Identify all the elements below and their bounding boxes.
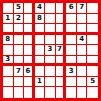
sudoku-cell-r4c3[interactable] (24, 35, 35, 46)
sudoku-cell-r2c7[interactable] (66, 14, 77, 25)
sudoku-cell-r2c6[interactable] (56, 14, 67, 25)
given-digit: 1 (5, 15, 10, 22)
sudoku-cell-r4c8[interactable]: 4 (77, 35, 88, 46)
given-digit: 8 (37, 15, 42, 22)
sudoku-cell-r4c2[interactable] (14, 35, 25, 46)
sudoku-cell-r8c9[interactable]: 5 (87, 77, 98, 88)
sudoku-cell-r1c7[interactable]: 6 (66, 3, 77, 14)
given-digit: 4 (37, 4, 42, 11)
sudoku-cell-r3c4[interactable] (35, 24, 46, 35)
sudoku-cell-r7c2[interactable]: 7 (14, 66, 25, 77)
given-digit: 7 (79, 4, 84, 11)
sudoku-cell-r6c1[interactable]: 3 (3, 56, 14, 67)
sudoku-cell-r8c8[interactable] (77, 77, 88, 88)
sudoku-cell-r7c3[interactable]: 6 (24, 66, 35, 77)
sudoku-cell-r1c5[interactable] (45, 3, 56, 14)
sudoku-cell-r5c3[interactable] (24, 45, 35, 56)
given-digit: 6 (25, 68, 30, 75)
sudoku-cell-r1c9[interactable] (87, 3, 98, 14)
given-digit: 8 (5, 36, 10, 43)
sudoku-cell-r9c8[interactable] (77, 87, 88, 98)
sudoku-cell-r2c1[interactable]: 1 (3, 14, 14, 25)
sudoku-cell-r5c7[interactable] (66, 45, 77, 56)
sudoku-cell-r9c1[interactable] (3, 87, 14, 98)
sudoku-cell-r2c9[interactable] (87, 14, 98, 25)
sudoku-cell-r3c7[interactable] (66, 24, 77, 35)
sudoku-cell-r2c2[interactable]: 2 (14, 14, 25, 25)
sudoku-cell-r3c3[interactable] (24, 24, 35, 35)
sudoku-cell-r8c2[interactable] (14, 77, 25, 88)
given-digit: 4 (79, 36, 84, 43)
sudoku-cell-r3c2[interactable] (14, 24, 25, 35)
sudoku-cell-r6c9[interactable] (87, 56, 98, 67)
sudoku-cell-r9c3[interactable] (24, 87, 35, 98)
sudoku-cell-r7c1[interactable] (3, 66, 14, 77)
sudoku-cell-r8c4[interactable]: 1 (35, 77, 46, 88)
sudoku-cell-r6c8[interactable] (77, 56, 88, 67)
sudoku-cell-r7c7[interactable]: 3 (66, 66, 77, 77)
sudoku-cell-r6c5[interactable] (45, 56, 56, 67)
sudoku-cell-r3c1[interactable] (3, 24, 14, 35)
sudoku-cell-r2c5[interactable] (45, 14, 56, 25)
sudoku-cell-r1c3[interactable] (24, 3, 35, 14)
sudoku-cell-r8c6[interactable] (56, 77, 67, 88)
sudoku-cell-r3c8[interactable] (77, 24, 88, 35)
sudoku-cell-r5c9[interactable] (87, 45, 98, 56)
sudoku-cell-r6c6[interactable] (56, 56, 67, 67)
sudoku-cell-r7c4[interactable] (35, 66, 46, 77)
given-digit: 7 (57, 46, 62, 53)
given-digit: 5 (90, 78, 95, 85)
sudoku-cell-r6c7[interactable] (66, 56, 77, 67)
sudoku-cell-r9c5[interactable] (45, 87, 56, 98)
given-digit: 3 (69, 68, 74, 75)
sudoku-cell-r4c4[interactable] (35, 35, 46, 46)
given-digit: 3 (5, 56, 10, 63)
sudoku-cell-r4c9[interactable] (87, 35, 98, 46)
sudoku-cell-r1c6[interactable] (56, 3, 67, 14)
sudoku-cell-r5c5[interactable]: 3 (45, 45, 56, 56)
sudoku-cell-r2c4[interactable]: 8 (35, 14, 46, 25)
sudoku-cell-r9c7[interactable] (66, 87, 77, 98)
given-digit: 7 (16, 68, 21, 75)
sudoku-cell-r3c6[interactable] (56, 24, 67, 35)
sudoku-cell-r6c4[interactable] (35, 56, 46, 67)
sudoku-cell-r3c5[interactable] (45, 24, 56, 35)
sudoku-cell-r6c2[interactable] (14, 56, 25, 67)
sudoku-cell-r4c5[interactable] (45, 35, 56, 46)
sudoku-cell-r9c4[interactable] (35, 87, 46, 98)
sudoku-cell-r1c8[interactable]: 7 (77, 3, 88, 14)
sudoku-cell-r9c9[interactable] (87, 87, 98, 98)
sudoku-cell-r1c4[interactable]: 4 (35, 3, 46, 14)
sudoku-cell-r3c9[interactable] (87, 24, 98, 35)
sudoku-cell-r7c9[interactable] (87, 66, 98, 77)
sudoku-cell-r5c4[interactable] (35, 45, 46, 56)
given-digit: 6 (69, 4, 74, 11)
sudoku-cell-r8c3[interactable] (24, 77, 35, 88)
sudoku-cell-r7c6[interactable] (56, 66, 67, 77)
given-digit: 1 (37, 78, 42, 85)
sudoku-cell-r4c6[interactable] (56, 35, 67, 46)
sudoku-cell-r6c3[interactable] (24, 56, 35, 67)
sudoku-cell-r7c8[interactable] (77, 66, 88, 77)
sudoku-cell-r4c7[interactable] (66, 35, 77, 46)
sudoku-cell-r1c2[interactable]: 5 (14, 3, 25, 14)
sudoku-cell-r9c2[interactable] (14, 87, 25, 98)
sudoku-cell-r7c5[interactable] (45, 66, 56, 77)
sudoku-cell-r2c3[interactable] (24, 14, 35, 25)
given-digit: 5 (16, 4, 21, 11)
given-digit: 2 (16, 15, 21, 22)
sudoku-cell-r8c5[interactable] (45, 77, 56, 88)
sudoku-cell-r5c6[interactable]: 7 (56, 45, 67, 56)
sudoku-cell-r4c1[interactable]: 8 (3, 35, 14, 46)
sudoku-cell-r8c1[interactable] (3, 77, 14, 88)
sudoku-board: 54671288437376315 (0, 0, 101, 101)
sudoku-cell-r1c1[interactable] (3, 3, 14, 14)
given-digit: 3 (48, 46, 53, 53)
sudoku-cell-r8c7[interactable] (66, 77, 77, 88)
sudoku-cell-r9c6[interactable] (56, 87, 67, 98)
sudoku-cell-r5c8[interactable] (77, 45, 88, 56)
sudoku-cell-r2c8[interactable] (77, 14, 88, 25)
sudoku-cell-r5c2[interactable] (14, 45, 25, 56)
